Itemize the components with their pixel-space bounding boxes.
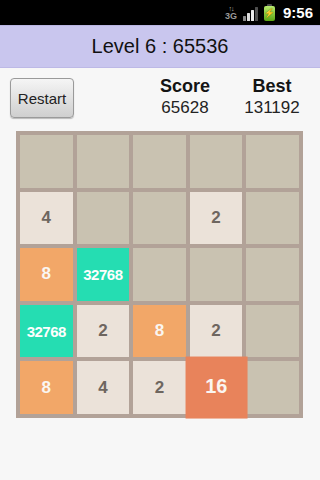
board-cell: 32768 <box>20 305 73 358</box>
tile-2: 2 <box>133 361 186 414</box>
board-cell <box>246 135 299 188</box>
best-label: Best <box>224 75 320 97</box>
board-cell <box>77 135 130 188</box>
board-cell: 4 <box>77 361 130 414</box>
board-cell <box>133 135 186 188</box>
lightning-bolt-icon: ⚡ <box>264 9 275 18</box>
tile-32768: 32768 <box>77 248 130 301</box>
tile-2: 2 <box>190 192 243 245</box>
tile-8: 8 <box>20 361 73 414</box>
signal-strength-icon <box>243 5 258 21</box>
3g-network-icon: ↑↓ 3G <box>225 5 237 21</box>
toolbar: Restart Score 65628 Best 131192 <box>0 68 320 131</box>
board-cell: 8 <box>20 248 73 301</box>
board-cell: 8 <box>133 305 186 358</box>
tile-4: 4 <box>77 361 130 414</box>
battery-charging-icon: ⚡ <box>264 6 275 21</box>
board-cell <box>246 248 299 301</box>
score-box: Score 65628 <box>138 75 232 119</box>
board-cell: 4 <box>20 192 73 245</box>
board-cell <box>190 135 243 188</box>
tile-4: 4 <box>20 192 73 245</box>
tile-8: 8 <box>133 305 186 358</box>
board-cell <box>190 248 243 301</box>
tile-2: 2 <box>190 305 243 358</box>
tile-8: 8 <box>20 248 73 301</box>
score-label: Score <box>138 75 232 97</box>
network-type-label: 3G <box>225 12 237 21</box>
board-cell <box>246 361 299 414</box>
best-box: Best 131192 <box>224 75 320 119</box>
board-cell: 8 <box>20 361 73 414</box>
board-cell <box>77 192 130 245</box>
restart-button[interactable]: Restart <box>10 78 74 118</box>
game-board[interactable]: 428327683276828284216 <box>16 131 303 418</box>
board-cell <box>246 192 299 245</box>
board-cell <box>133 192 186 245</box>
status-bar: ↑↓ 3G ⚡ 9:56 <box>0 0 320 25</box>
board-cell: 32768 <box>77 248 130 301</box>
board-cell <box>20 135 73 188</box>
board-cell: 16 <box>190 361 243 414</box>
board-cell: 2 <box>77 305 130 358</box>
app-screen: ↑↓ 3G ⚡ 9:56 Level 6 : 65536 Restart Sco… <box>0 0 320 480</box>
board-cell <box>133 248 186 301</box>
title-bar: Level 6 : 65536 <box>0 25 320 68</box>
tile-32768: 32768 <box>20 305 73 358</box>
tile-16: 16 <box>185 357 247 419</box>
score-value: 65628 <box>138 97 232 119</box>
best-value: 131192 <box>224 97 320 119</box>
board-cell: 2 <box>133 361 186 414</box>
page-title: Level 6 : 65536 <box>92 35 229 58</box>
tile-2: 2 <box>77 305 130 358</box>
board-cell: 2 <box>190 192 243 245</box>
clock: 9:56 <box>283 4 313 21</box>
board-cell <box>246 305 299 358</box>
board-cell: 2 <box>190 305 243 358</box>
